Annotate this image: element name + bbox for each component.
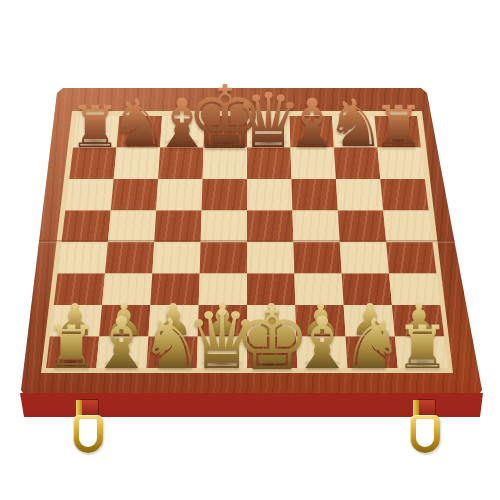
piece-copper-rook-h8[interactable]: ♜ bbox=[373, 98, 425, 156]
piece-brass-rook-h1[interactable]: ♜ bbox=[396, 317, 450, 377]
piece-brass-knight-g1[interactable]: ♞ bbox=[341, 309, 404, 379]
pieces-layer: ♜♞♝♚♛♝♞♜♟♟♟♟♟♟♟♟♜♝♞♛♚♝♞♜ bbox=[0, 0, 500, 500]
chess-set-photo: ♜♞♝♚♛♝♞♜♟♟♟♟♟♟♟♟♜♝♞♛♚♝♞♜ bbox=[0, 0, 500, 500]
